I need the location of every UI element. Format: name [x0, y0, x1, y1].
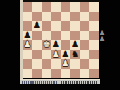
- square-a6[interactable]: [23, 21, 33, 31]
- square-c5[interactable]: [42, 31, 52, 41]
- piece-white-pawn[interactable]: ♟: [61, 59, 71, 69]
- square-d3[interactable]: ♟: [51, 50, 61, 60]
- square-d4[interactable]: ♟: [51, 40, 61, 50]
- square-g7[interactable]: [80, 12, 90, 22]
- square-e4[interactable]: [61, 40, 71, 50]
- piece-white-king[interactable]: ♚: [42, 40, 52, 50]
- square-g5[interactable]: [80, 31, 90, 41]
- square-e2[interactable]: ♟: [61, 59, 71, 69]
- square-h3[interactable]: [89, 50, 99, 60]
- square-a2[interactable]: [23, 59, 33, 69]
- square-c6[interactable]: [42, 21, 52, 31]
- square-c7[interactable]: [42, 12, 52, 22]
- square-f4[interactable]: ♟: [70, 40, 80, 50]
- square-b8[interactable]: [32, 2, 42, 12]
- square-d1[interactable]: [51, 69, 61, 79]
- edge-material-glyphs: ♟ ♟: [99, 30, 106, 43]
- square-d5[interactable]: [51, 31, 61, 41]
- piece-black-pawn[interactable]: ♟: [51, 40, 61, 50]
- right-pillarbox-bar: [100, 0, 120, 90]
- square-g6[interactable]: [80, 21, 90, 31]
- square-c2[interactable]: [42, 59, 52, 69]
- square-a1[interactable]: [23, 69, 33, 79]
- square-d8[interactable]: [51, 2, 61, 12]
- square-a3[interactable]: [23, 50, 33, 60]
- bottom-black-strip: [20, 84, 100, 90]
- piece-black-pawn[interactable]: ♟: [61, 50, 71, 60]
- video-frame: ♟♟♟♚♟♟♟♟♞♟ ♟ ♟: [0, 0, 120, 90]
- piece-black-knight[interactable]: ♞: [70, 50, 80, 60]
- square-h1[interactable]: [89, 69, 99, 79]
- square-b5[interactable]: [32, 31, 42, 41]
- square-c4[interactable]: ♚: [42, 40, 52, 50]
- square-h6[interactable]: [89, 21, 99, 31]
- square-b7[interactable]: [32, 12, 42, 22]
- edge-piece-glyph-2: ♟: [99, 36, 105, 43]
- square-c1[interactable]: [42, 69, 52, 79]
- square-b2[interactable]: [32, 59, 42, 69]
- square-a4[interactable]: ♟: [23, 40, 33, 50]
- piece-white-pawn[interactable]: ♟: [23, 40, 33, 50]
- piece-black-pawn[interactable]: ♟: [70, 40, 80, 50]
- square-f5[interactable]: [70, 31, 80, 41]
- square-h8[interactable]: [89, 2, 99, 12]
- square-g8[interactable]: [80, 2, 90, 12]
- piece-black-pawn[interactable]: ♟: [23, 31, 33, 41]
- square-a7[interactable]: [23, 12, 33, 22]
- square-g3[interactable]: [80, 50, 90, 60]
- square-g2[interactable]: [80, 59, 90, 69]
- square-b4[interactable]: [32, 40, 42, 50]
- square-d6[interactable]: [51, 21, 61, 31]
- square-e8[interactable]: [61, 2, 71, 12]
- square-d2[interactable]: [51, 59, 61, 69]
- square-h4[interactable]: [89, 40, 99, 50]
- square-f3[interactable]: ♞: [70, 50, 80, 60]
- square-b3[interactable]: [32, 50, 42, 60]
- square-e5[interactable]: [61, 31, 71, 41]
- square-g4[interactable]: [80, 40, 90, 50]
- square-f7[interactable]: [70, 12, 80, 22]
- square-f2[interactable]: [70, 59, 80, 69]
- square-e3[interactable]: ♟: [61, 50, 71, 60]
- chess-board[interactable]: ♟♟♟♚♟♟♟♟♞♟: [23, 2, 99, 78]
- square-c8[interactable]: [42, 2, 52, 12]
- square-e7[interactable]: [61, 12, 71, 22]
- square-g1[interactable]: [80, 69, 90, 79]
- square-h2[interactable]: [89, 59, 99, 69]
- left-pillarbox-bar: [0, 0, 20, 90]
- square-b1[interactable]: [32, 69, 42, 79]
- square-f1[interactable]: [70, 69, 80, 79]
- square-b6[interactable]: ♟: [32, 21, 42, 31]
- square-c3[interactable]: [42, 50, 52, 60]
- square-e6[interactable]: [61, 21, 71, 31]
- square-a5[interactable]: ♟: [23, 31, 33, 41]
- square-h7[interactable]: [89, 12, 99, 22]
- square-f6[interactable]: [70, 21, 80, 31]
- square-d7[interactable]: [51, 12, 61, 22]
- square-a8[interactable]: [23, 2, 33, 12]
- piece-black-pawn[interactable]: ♟: [32, 21, 42, 31]
- square-h5[interactable]: [89, 31, 99, 41]
- piece-white-pawn[interactable]: ♟: [51, 50, 61, 60]
- square-e1[interactable]: [61, 69, 71, 79]
- square-f8[interactable]: [70, 2, 80, 12]
